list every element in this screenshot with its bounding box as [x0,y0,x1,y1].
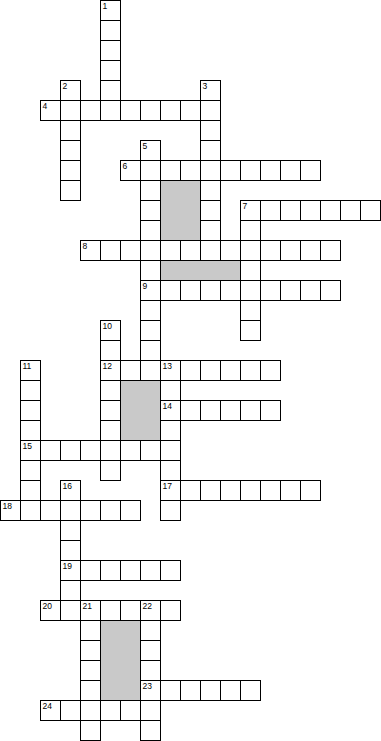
cell-r6c3[interactable] [60,120,81,141]
cell-r21c5[interactable] [100,420,121,441]
cell-r30c8[interactable] [160,600,181,621]
cell-r10c16[interactable] [320,200,341,221]
clue-number-12: 12 [103,361,112,371]
cell-r14c11[interactable] [220,280,241,301]
cell-r28c5[interactable] [100,560,121,581]
cell-r22c4[interactable] [80,440,101,461]
clue-number-4: 4 [43,101,48,111]
cell-r30c4[interactable]: 21 [80,600,101,621]
clue-number-5: 5 [143,141,148,151]
cell-r5c5[interactable] [100,100,121,121]
cell-r14c14[interactable] [280,280,301,301]
cell-r21c8[interactable] [160,420,181,441]
clue-number-7: 7 [243,201,248,211]
cell-r22c2[interactable] [40,440,61,461]
cell-r31c4[interactable] [80,620,101,641]
cell-r20c13[interactable] [260,400,281,421]
cell-r21c1[interactable] [20,420,41,441]
cell-r12c12[interactable] [240,240,261,261]
cell-r12c10[interactable] [200,240,221,261]
cell-r20c11[interactable] [220,400,241,421]
clue-number-10: 10 [103,321,112,331]
cell-r18c5[interactable]: 12 [100,360,121,381]
cell-r14c16[interactable] [320,280,341,301]
cell-r25c5[interactable] [100,500,121,521]
cell-r30c7[interactable]: 22 [140,600,161,621]
cell-r4c5[interactable] [100,80,121,101]
cell-r7c10[interactable] [200,140,221,161]
clue-number-8: 8 [83,241,88,251]
cell-r20c12[interactable] [240,400,261,421]
cell-r25c8[interactable] [160,500,181,521]
clue-number-17: 17 [163,481,172,491]
cell-r10c7[interactable] [140,200,161,221]
cell-r24c10[interactable] [200,480,221,501]
cell-r16c5[interactable]: 10 [100,320,121,341]
cell-r8c15[interactable] [300,160,321,181]
cell-r28c7[interactable] [140,560,161,581]
cell-r12c4[interactable]: 8 [80,240,101,261]
cell-r12c14[interactable] [280,240,301,261]
cell-r36c7[interactable] [140,720,161,741]
cell-r8c11[interactable] [220,160,241,181]
cell-r32c4[interactable] [80,640,101,661]
cell-r24c14[interactable] [280,480,301,501]
cell-r8c7[interactable] [140,160,161,181]
cell-r22c7[interactable] [140,440,161,461]
cell-r8c12[interactable] [240,160,261,181]
cell-r9c7[interactable] [140,180,161,201]
cell-r32c7[interactable] [140,640,161,661]
cell-r22c6[interactable] [120,440,141,461]
cell-r11c12[interactable] [240,220,261,241]
cell-r5c7[interactable] [140,100,161,121]
cell-r28c6[interactable] [120,560,141,581]
cell-r34c4[interactable] [80,680,101,701]
cell-r16c12[interactable] [240,320,261,341]
cell-r8c3[interactable] [60,160,81,181]
cell-r10c13[interactable] [260,200,281,221]
cell-r13c7[interactable] [140,260,161,281]
clue-number-20: 20 [43,601,52,611]
cell-r18c1[interactable]: 11 [20,360,41,381]
cell-r22c3[interactable] [60,440,81,461]
cell-r12c7[interactable] [140,240,161,261]
cell-r27c3[interactable] [60,540,81,561]
cell-r35c2[interactable]: 24 [40,700,61,721]
clue-number-15: 15 [23,441,32,451]
cell-r5c9[interactable] [180,100,201,121]
cell-r5c8[interactable] [160,100,181,121]
clue-number-9: 9 [143,281,148,291]
cell-r19c8[interactable] [160,380,181,401]
cell-r14c12[interactable] [240,280,261,301]
cell-r30c2[interactable]: 20 [40,600,61,621]
cell-r15c12[interactable] [240,300,261,321]
clue-number-13: 13 [163,361,172,371]
cell-r29c3[interactable] [60,580,81,601]
cell-r36c4[interactable] [80,720,101,741]
cell-r35c7[interactable] [140,700,161,721]
clue-number-6: 6 [123,161,128,171]
clue-number-21: 21 [83,601,92,611]
cell-r14c8[interactable] [160,280,181,301]
cell-r10c15[interactable] [300,200,321,221]
cell-r14c9[interactable] [180,280,201,301]
cell-r24c15[interactable] [300,480,321,501]
cell-r25c6[interactable] [120,500,141,521]
cell-r25c0[interactable]: 18 [0,500,21,521]
cell-r14c10[interactable] [200,280,221,301]
cell-r10c10[interactable] [200,200,221,221]
clue-number-3: 3 [203,81,208,91]
cell-r3c5[interactable] [100,60,121,81]
cell-r33c4[interactable] [80,660,101,681]
cell-r17c7[interactable] [140,340,161,361]
image-placeholder-3 [120,380,161,441]
cell-r18c6[interactable] [120,360,141,381]
cell-r8c10[interactable] [200,160,221,181]
cell-r23c8[interactable] [160,460,181,481]
cell-r31c7[interactable] [140,620,161,641]
image-placeholder-4 [100,620,141,701]
cell-r16c7[interactable] [140,320,161,341]
cell-r25c2[interactable] [40,500,61,521]
cell-r18c13[interactable] [260,360,281,381]
cell-r19c5[interactable] [100,380,121,401]
cell-r35c3[interactable] [60,700,81,721]
cell-r17c5[interactable] [100,340,121,361]
cell-r30c3[interactable] [60,600,81,621]
cell-r12c9[interactable] [180,240,201,261]
clue-number-16: 16 [63,481,72,491]
clue-number-14: 14 [163,401,172,411]
cell-r12c13[interactable] [260,240,281,261]
cell-r10c18[interactable] [360,200,381,221]
cell-r13c12[interactable] [240,260,261,281]
cell-r7c3[interactable] [60,140,81,161]
cell-r24c11[interactable] [220,480,241,501]
clue-number-11: 11 [23,361,32,371]
cell-r5c2[interactable]: 4 [40,100,61,121]
cell-r12c6[interactable] [120,240,141,261]
cell-r25c4[interactable] [80,500,101,521]
cell-r22c1[interactable]: 15 [20,440,41,461]
cell-r8c9[interactable] [180,160,201,181]
cell-r14c7[interactable]: 9 [140,280,161,301]
image-placeholder-2 [160,260,241,281]
cell-r18c7[interactable] [140,360,161,381]
cell-r10c17[interactable] [340,200,361,221]
cell-r4c3[interactable]: 2 [60,80,81,101]
cell-r8c14[interactable] [280,160,301,181]
clue-number-18: 18 [3,501,12,511]
cell-r26c3[interactable] [60,520,81,541]
cell-r30c5[interactable] [100,600,121,621]
cell-r20c10[interactable] [200,400,221,421]
cell-r5c6[interactable] [120,100,141,121]
cell-r20c1[interactable] [20,400,41,421]
cell-r35c5[interactable] [100,700,121,721]
cell-r20c9[interactable] [180,400,201,421]
cell-r18c12[interactable] [240,360,261,381]
cell-r22c5[interactable] [100,440,121,461]
cell-r10c14[interactable] [280,200,301,221]
cell-r12c8[interactable] [160,240,181,261]
cell-r25c3[interactable] [60,500,81,521]
cell-r20c5[interactable] [100,400,121,421]
cell-r28c3[interactable]: 19 [60,560,81,581]
cell-r24c12[interactable] [240,480,261,501]
cell-r15c7[interactable] [140,300,161,321]
cell-r24c3[interactable]: 16 [60,480,81,501]
cell-r8c8[interactable] [160,160,181,181]
cell-r12c11[interactable] [220,240,241,261]
cell-r12c16[interactable] [320,240,341,261]
cell-r30c6[interactable] [120,600,141,621]
cell-r23c5[interactable] [100,460,121,481]
cell-r24c13[interactable] [260,480,281,501]
cell-r11c7[interactable] [140,220,161,241]
cell-r14c13[interactable] [260,280,281,301]
clue-number-22: 22 [143,601,152,611]
cell-r1c5[interactable] [100,20,121,41]
crossword-grid: 123456789101112131415161718192021222324 [0,0,381,741]
cell-r12c5[interactable] [100,240,121,261]
cell-r11c10[interactable] [200,220,221,241]
cell-r22c8[interactable] [160,440,181,461]
clue-number-19: 19 [63,561,72,571]
cell-r2c5[interactable] [100,40,121,61]
cell-r18c9[interactable] [180,360,201,381]
cell-r35c6[interactable] [120,700,141,721]
cell-r5c10[interactable] [200,100,221,121]
cell-r14c15[interactable] [300,280,321,301]
cell-r24c1[interactable] [20,480,41,501]
cell-r35c4[interactable] [80,700,101,721]
clue-number-23: 23 [143,681,152,691]
cell-r6c10[interactable] [200,120,221,141]
cell-r24c9[interactable] [180,480,201,501]
cell-r5c4[interactable] [80,100,101,121]
cell-r33c7[interactable] [140,660,161,681]
cell-r7c7[interactable]: 5 [140,140,161,161]
clue-number-24: 24 [43,701,52,711]
cell-r9c10[interactable] [200,180,221,201]
cell-r8c6[interactable]: 6 [120,160,141,181]
cell-r20c8[interactable]: 14 [160,400,181,421]
cell-r12c15[interactable] [300,240,321,261]
cell-r28c8[interactable] [160,560,181,581]
cell-r9c3[interactable] [60,180,81,201]
cell-r34c9[interactable] [180,680,201,701]
cell-r23c1[interactable] [20,460,41,481]
cell-r18c10[interactable] [200,360,221,381]
cell-r8c13[interactable] [260,160,281,181]
cell-r24c8[interactable]: 17 [160,480,181,501]
cell-r34c12[interactable] [240,680,261,701]
cell-r18c11[interactable] [220,360,241,381]
cell-r4c10[interactable]: 3 [200,80,221,101]
cell-r34c11[interactable] [220,680,241,701]
image-placeholder-1 [160,180,201,241]
cell-r5c3[interactable] [60,100,81,121]
cell-r0c5[interactable]: 1 [100,0,121,21]
cell-r34c10[interactable] [200,680,221,701]
clue-number-1: 1 [103,1,108,11]
cell-r34c7[interactable]: 23 [140,680,161,701]
cell-r18c8[interactable]: 13 [160,360,181,381]
clue-number-2: 2 [63,81,68,91]
cell-r19c1[interactable] [20,380,41,401]
cell-r28c4[interactable] [80,560,101,581]
cell-r10c12[interactable]: 7 [240,200,261,221]
cell-r25c1[interactable] [20,500,41,521]
cell-r34c8[interactable] [160,680,181,701]
